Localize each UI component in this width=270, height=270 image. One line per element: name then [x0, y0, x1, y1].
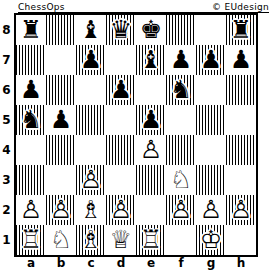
square-d2: ♟♙: [106, 195, 136, 225]
file-label-e: e: [136, 257, 166, 269]
square-d3: [106, 165, 136, 195]
square-e4: ♟♙: [136, 135, 166, 165]
square-b1: ♞♘: [46, 225, 76, 255]
square-d1: ♛♕: [106, 225, 136, 255]
square-f7: ♟: [166, 45, 196, 75]
black-king-piece: ♚: [136, 15, 166, 45]
square-b8: [46, 15, 76, 45]
file-label-a: a: [16, 257, 46, 269]
square-f3: ♞♘: [166, 165, 196, 195]
square-b2: ♟♙: [46, 195, 76, 225]
chess-board: ♜♝♛♚♜♟♝♟♟♟♟♟♞♞♟♟♟♙♟♙♞♘♟♙♟♙♝♗♟♙♟♙♟♙♟♙♜♖♞♘…: [14, 13, 258, 257]
white-bishop-piece: ♝♗: [76, 225, 106, 255]
square-b4: [46, 135, 76, 165]
square-d5: [106, 105, 136, 135]
file-label-f: f: [166, 257, 196, 269]
file-label-c: c: [76, 257, 106, 269]
square-f1: [166, 225, 196, 255]
white-rook-piece: ♜♖: [16, 225, 46, 255]
black-bishop-piece: ♝: [76, 15, 106, 45]
white-queen-piece: ♛♕: [106, 225, 136, 255]
square-h2: ♟♙: [226, 195, 256, 225]
square-b6: [46, 75, 76, 105]
rank-label-8: 8: [0, 15, 13, 45]
black-pawn-piece: ♟: [76, 45, 106, 75]
rank-labels: 87654321: [0, 15, 13, 255]
square-e7: ♝: [136, 45, 166, 75]
square-h7: ♟: [226, 45, 256, 75]
rank-label-6: 6: [0, 75, 13, 105]
chessops-title-link[interactable]: ChessOps: [18, 2, 65, 12]
square-e1: ♜♖: [136, 225, 166, 255]
square-c4: [76, 135, 106, 165]
white-pawn-piece: ♟♙: [76, 165, 106, 195]
file-labels: abcdefgh: [16, 257, 256, 269]
square-h3: [226, 165, 256, 195]
square-f6: ♞: [166, 75, 196, 105]
square-e2: [136, 195, 166, 225]
rank-label-3: 3: [0, 165, 13, 195]
rank-label-2: 2: [0, 195, 13, 225]
square-c8: ♝: [76, 15, 106, 45]
square-e5: ♟: [136, 105, 166, 135]
square-c5: [76, 105, 106, 135]
square-g8: [196, 15, 226, 45]
black-pawn-piece: ♟: [166, 45, 196, 75]
black-rook-piece: ♜: [16, 15, 46, 45]
square-h5: [226, 105, 256, 135]
square-e6: [136, 75, 166, 105]
square-b5: ♟: [46, 105, 76, 135]
rank-label-5: 5: [0, 105, 13, 135]
white-pawn-piece: ♟♙: [166, 195, 196, 225]
file-label-g: g: [196, 257, 226, 269]
square-f8: [166, 15, 196, 45]
black-pawn-piece: ♟: [46, 105, 76, 135]
square-h4: [226, 135, 256, 165]
white-king-piece: ♚♔: [196, 225, 226, 255]
white-rook-piece: ♜♖: [136, 225, 166, 255]
square-g7: ♟: [196, 45, 226, 75]
black-pawn-piece: ♟: [136, 105, 166, 135]
white-knight-piece: ♞♘: [46, 225, 76, 255]
white-pawn-piece: ♟♙: [136, 135, 166, 165]
square-g5: [196, 105, 226, 135]
eudesign-credit-link[interactable]: © EUdesign: [212, 2, 269, 12]
chessops-diagram-page: ChessOps © EUdesign 87654321 ♜♝♛♚♜♟♝♟♟♟♟…: [0, 0, 270, 270]
square-g1: ♚♔: [196, 225, 226, 255]
square-a1: ♜♖: [16, 225, 46, 255]
white-pawn-piece: ♟♙: [196, 195, 226, 225]
white-pawn-piece: ♟♙: [106, 195, 136, 225]
white-pawn-piece: ♟♙: [46, 195, 76, 225]
square-g4: [196, 135, 226, 165]
square-h6: [226, 75, 256, 105]
square-d7: [106, 45, 136, 75]
square-a4: [16, 135, 46, 165]
square-b3: [46, 165, 76, 195]
square-f2: ♟♙: [166, 195, 196, 225]
square-g2: ♟♙: [196, 195, 226, 225]
white-bishop-piece: ♝♗: [76, 195, 106, 225]
square-f4: [166, 135, 196, 165]
black-knight-piece: ♞: [16, 105, 46, 135]
square-c1: ♝♗: [76, 225, 106, 255]
white-pawn-piece: ♟♙: [16, 195, 46, 225]
black-queen-piece: ♛: [106, 15, 136, 45]
square-g6: [196, 75, 226, 105]
square-g3: [196, 165, 226, 195]
square-c7: ♟: [76, 45, 106, 75]
square-e8: ♚: [136, 15, 166, 45]
square-a8: ♜: [16, 15, 46, 45]
square-c2: ♝♗: [76, 195, 106, 225]
white-knight-piece: ♞♘: [166, 165, 196, 195]
square-a6: ♟: [16, 75, 46, 105]
black-pawn-piece: ♟: [106, 75, 136, 105]
square-d8: ♛: [106, 15, 136, 45]
file-label-h: h: [226, 257, 256, 269]
square-c6: [76, 75, 106, 105]
rank-label-4: 4: [0, 135, 13, 165]
square-h1: [226, 225, 256, 255]
square-a3: [16, 165, 46, 195]
square-d4: [106, 135, 136, 165]
square-h8: ♜: [226, 15, 256, 45]
square-a5: ♞: [16, 105, 46, 135]
square-a2: ♟♙: [16, 195, 46, 225]
black-pawn-piece: ♟: [226, 45, 256, 75]
rank-label-1: 1: [0, 225, 13, 255]
black-pawn-piece: ♟: [196, 45, 226, 75]
square-d6: ♟: [106, 75, 136, 105]
square-b7: [46, 45, 76, 75]
square-c3: ♟♙: [76, 165, 106, 195]
black-rook-piece: ♜: [226, 15, 256, 45]
file-label-d: d: [106, 257, 136, 269]
rank-label-7: 7: [0, 45, 13, 75]
black-knight-piece: ♞: [166, 75, 196, 105]
white-pawn-piece: ♟♙: [226, 195, 256, 225]
square-e3: [136, 165, 166, 195]
square-a7: [16, 45, 46, 75]
square-f5: [166, 105, 196, 135]
black-pawn-piece: ♟: [16, 75, 46, 105]
file-label-b: b: [46, 257, 76, 269]
black-bishop-piece: ♝: [136, 45, 166, 75]
